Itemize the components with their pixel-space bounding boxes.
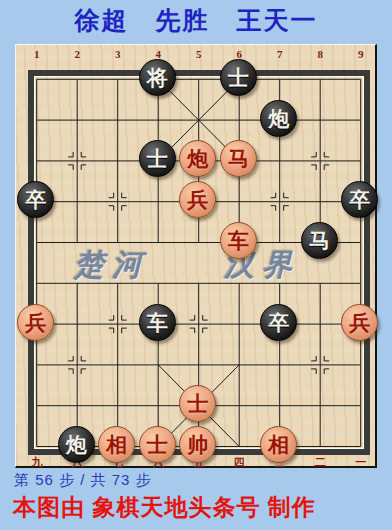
black-pawn: 卒 xyxy=(17,181,54,218)
red-advisor: 士 xyxy=(179,385,216,422)
credit-text: 本图由 象棋天地头条号 制作 xyxy=(13,492,316,523)
red-chariot: 车 xyxy=(220,222,257,259)
black-pawn: 卒 xyxy=(260,304,297,341)
red-cannon: 炮 xyxy=(179,140,216,177)
move-counter: 第 56 步 / 共 73 步 xyxy=(14,471,152,490)
pieces-grid: 将士炮士炮马卒兵卒车马兵车卒兵士炮相士帅相 xyxy=(16,59,381,467)
game-title: 徐超 先胜 王天一 xyxy=(0,4,392,37)
black-cannon: 炮 xyxy=(260,100,297,137)
black-pawn: 卒 xyxy=(341,181,378,218)
black-advisor: 士 xyxy=(139,140,176,177)
red-pawn: 兵 xyxy=(341,304,378,341)
black-chariot: 车 xyxy=(139,304,176,341)
red-pawn: 兵 xyxy=(17,304,54,341)
black-general: 将 xyxy=(139,59,176,96)
red-elephant: 相 xyxy=(260,426,297,463)
red-pawn: 兵 xyxy=(179,181,216,218)
red-advisor: 士 xyxy=(139,426,176,463)
black-advisor: 士 xyxy=(220,59,257,96)
red-general: 帅 xyxy=(179,426,216,463)
red-elephant: 相 xyxy=(98,426,135,463)
red-horse: 马 xyxy=(220,140,257,177)
page: 徐超 先胜 王天一 123456789 九八七六五四三二一 楚河 汉界 将士炮士… xyxy=(0,0,392,530)
board-panel: 123456789 九八七六五四三二一 楚河 汉界 将士炮士炮马卒兵卒车马兵车卒… xyxy=(15,44,377,468)
black-horse: 马 xyxy=(301,222,338,259)
black-cannon: 炮 xyxy=(58,426,95,463)
